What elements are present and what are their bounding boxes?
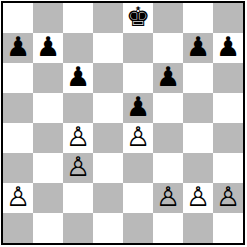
square-a6[interactable] xyxy=(3,63,33,93)
square-g5[interactable] xyxy=(183,93,213,123)
square-b2[interactable] xyxy=(33,183,63,213)
piece-black-pawn: ♟ xyxy=(36,33,60,62)
square-e4[interactable]: ♙ xyxy=(123,123,153,153)
square-c7[interactable] xyxy=(63,33,93,63)
square-b1[interactable] xyxy=(33,213,63,243)
square-h3[interactable] xyxy=(213,153,243,183)
square-b5[interactable] xyxy=(33,93,63,123)
square-h4[interactable] xyxy=(213,123,243,153)
square-e2[interactable] xyxy=(123,183,153,213)
square-g8[interactable] xyxy=(183,3,213,33)
square-d2[interactable] xyxy=(93,183,123,213)
square-d5[interactable] xyxy=(93,93,123,123)
square-g3[interactable] xyxy=(183,153,213,183)
square-d3[interactable] xyxy=(93,153,123,183)
piece-white-pawn: ♙ xyxy=(186,183,210,212)
square-f6[interactable]: ♟ xyxy=(153,63,183,93)
square-f4[interactable] xyxy=(153,123,183,153)
square-g6[interactable] xyxy=(183,63,213,93)
square-e8[interactable]: ♚ xyxy=(123,3,153,33)
square-g4[interactable] xyxy=(183,123,213,153)
chess-board: ♚♟♟♟♟♟♟♟♙♙♙♙♙♙♙ xyxy=(1,1,245,245)
square-c1[interactable] xyxy=(63,213,93,243)
square-f5[interactable] xyxy=(153,93,183,123)
square-a5[interactable] xyxy=(3,93,33,123)
square-d7[interactable] xyxy=(93,33,123,63)
piece-white-pawn: ♙ xyxy=(126,123,150,152)
square-g2[interactable]: ♙ xyxy=(183,183,213,213)
square-c6[interactable]: ♟ xyxy=(63,63,93,93)
square-d6[interactable] xyxy=(93,63,123,93)
piece-white-pawn: ♙ xyxy=(66,123,90,152)
square-a8[interactable] xyxy=(3,3,33,33)
square-e3[interactable] xyxy=(123,153,153,183)
square-h2[interactable]: ♙ xyxy=(213,183,243,213)
square-b6[interactable] xyxy=(33,63,63,93)
piece-black-pawn: ♟ xyxy=(66,63,90,92)
square-d8[interactable] xyxy=(93,3,123,33)
chess-diagram: ♚♟♟♟♟♟♟♟♙♙♙♙♙♙♙ xyxy=(0,0,247,247)
piece-black-pawn: ♟ xyxy=(6,33,30,62)
square-f1[interactable] xyxy=(153,213,183,243)
square-f3[interactable] xyxy=(153,153,183,183)
square-b8[interactable] xyxy=(33,3,63,33)
square-g7[interactable]: ♟ xyxy=(183,33,213,63)
square-a7[interactable]: ♟ xyxy=(3,33,33,63)
square-g1[interactable] xyxy=(183,213,213,243)
square-f7[interactable] xyxy=(153,33,183,63)
square-e5[interactable]: ♟ xyxy=(123,93,153,123)
square-b4[interactable] xyxy=(33,123,63,153)
square-h5[interactable] xyxy=(213,93,243,123)
square-e7[interactable] xyxy=(123,33,153,63)
square-c5[interactable] xyxy=(63,93,93,123)
square-d4[interactable] xyxy=(93,123,123,153)
square-f8[interactable] xyxy=(153,3,183,33)
piece-white-pawn: ♙ xyxy=(156,183,180,212)
piece-black-pawn: ♟ xyxy=(126,93,150,122)
square-h6[interactable] xyxy=(213,63,243,93)
square-e6[interactable] xyxy=(123,63,153,93)
square-c2[interactable] xyxy=(63,183,93,213)
piece-black-pawn: ♟ xyxy=(216,33,240,62)
square-a3[interactable] xyxy=(3,153,33,183)
square-b3[interactable] xyxy=(33,153,63,183)
square-c8[interactable] xyxy=(63,3,93,33)
square-a1[interactable] xyxy=(3,213,33,243)
square-d1[interactable] xyxy=(93,213,123,243)
piece-black-pawn: ♟ xyxy=(186,33,210,62)
square-c3[interactable]: ♙ xyxy=(63,153,93,183)
square-a4[interactable] xyxy=(3,123,33,153)
piece-white-pawn: ♙ xyxy=(66,153,90,182)
square-b7[interactable]: ♟ xyxy=(33,33,63,63)
square-f2[interactable]: ♙ xyxy=(153,183,183,213)
square-h8[interactable] xyxy=(213,3,243,33)
square-h1[interactable] xyxy=(213,213,243,243)
square-h7[interactable]: ♟ xyxy=(213,33,243,63)
piece-black-pawn: ♟ xyxy=(156,63,180,92)
square-a2[interactable]: ♙ xyxy=(3,183,33,213)
square-c4[interactable]: ♙ xyxy=(63,123,93,153)
piece-black-king: ♚ xyxy=(126,3,150,32)
piece-white-pawn: ♙ xyxy=(6,183,30,212)
square-e1[interactable] xyxy=(123,213,153,243)
piece-white-pawn: ♙ xyxy=(216,183,240,212)
